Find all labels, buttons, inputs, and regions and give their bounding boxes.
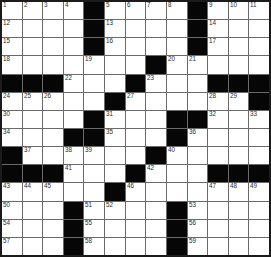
clue-number: 12 bbox=[3, 20, 10, 26]
cell-r12c13[interactable] bbox=[249, 202, 269, 219]
block-cell-r10c1 bbox=[2, 165, 22, 182]
cell-r7c4[interactable] bbox=[64, 111, 84, 128]
cell-r5c4[interactable]: 22 bbox=[64, 75, 84, 92]
clue-number: 43 bbox=[3, 183, 10, 189]
cell-r2c2[interactable] bbox=[23, 20, 43, 37]
cell-r7c6[interactable]: 31 bbox=[105, 111, 125, 128]
clue-number: 1 bbox=[3, 2, 7, 8]
cell-r11c7[interactable]: 46 bbox=[126, 183, 146, 200]
clue-number: 55 bbox=[85, 220, 92, 226]
cell-r11c9[interactable] bbox=[167, 183, 187, 200]
cell-r14c7[interactable] bbox=[126, 238, 146, 255]
cell-r4c7[interactable] bbox=[126, 56, 146, 73]
cell-r2c3[interactable] bbox=[43, 20, 63, 37]
cell-r8c8[interactable] bbox=[146, 129, 166, 146]
cell-r10c4[interactable]: 41 bbox=[64, 165, 84, 182]
block-cell-r3c10 bbox=[188, 38, 208, 55]
cell-r7c1[interactable]: 30 bbox=[2, 111, 22, 128]
clue-number: 59 bbox=[189, 238, 196, 244]
clue-number: 57 bbox=[3, 238, 10, 244]
cell-r9c10[interactable] bbox=[188, 147, 208, 164]
cell-r14c3[interactable] bbox=[43, 238, 63, 255]
cell-r9c7[interactable] bbox=[126, 147, 146, 164]
clue-number: 50 bbox=[3, 202, 10, 208]
cell-r6c8[interactable] bbox=[146, 93, 166, 110]
cell-r6c7[interactable]: 27 bbox=[126, 93, 146, 110]
cell-r11c5[interactable] bbox=[84, 183, 104, 200]
clue-number: 21 bbox=[189, 56, 196, 62]
clue-number: 44 bbox=[24, 183, 31, 189]
cell-r12c2[interactable] bbox=[23, 202, 43, 219]
clue-number: 34 bbox=[3, 129, 10, 135]
clue-number: 10 bbox=[230, 2, 237, 8]
cell-r4c10[interactable]: 21 bbox=[188, 56, 208, 73]
cell-r9c4[interactable]: 38 bbox=[64, 147, 84, 164]
cell-r8c7[interactable] bbox=[126, 129, 146, 146]
block-cell-r10c11 bbox=[208, 165, 228, 182]
cell-r10c10[interactable] bbox=[188, 165, 208, 182]
clue-number: 3 bbox=[44, 2, 48, 8]
clue-number: 40 bbox=[168, 147, 175, 153]
cell-r12c1[interactable]: 50 bbox=[2, 202, 22, 219]
cell-r9c6[interactable] bbox=[105, 147, 125, 164]
cell-r10c6[interactable] bbox=[105, 165, 125, 182]
cell-r6c9[interactable] bbox=[167, 93, 187, 110]
block-cell-r4c8 bbox=[146, 56, 166, 73]
cell-r8c6[interactable]: 35 bbox=[105, 129, 125, 146]
block-cell-r7c9 bbox=[167, 111, 187, 128]
cell-r13c6[interactable] bbox=[105, 220, 125, 237]
clue-number: 58 bbox=[85, 238, 92, 244]
clue-number: 2 bbox=[24, 2, 28, 8]
clue-number: 11 bbox=[250, 2, 257, 8]
clue-number: 32 bbox=[209, 111, 216, 117]
clue-number: 35 bbox=[106, 129, 113, 135]
cell-r9c11[interactable] bbox=[208, 147, 228, 164]
cell-r8c1[interactable]: 34 bbox=[2, 129, 22, 146]
block-cell-r5c11 bbox=[208, 75, 228, 92]
clue-number: 14 bbox=[209, 20, 216, 26]
cell-r14c11[interactable] bbox=[208, 238, 228, 255]
clue-number: 45 bbox=[44, 183, 51, 189]
block-cell-r5c1 bbox=[2, 75, 22, 92]
cell-r12c11[interactable] bbox=[208, 202, 228, 219]
block-cell-r14c4 bbox=[64, 238, 84, 255]
block-cell-r8c5 bbox=[84, 129, 104, 146]
cell-r11c11[interactable]: 47 bbox=[208, 183, 228, 200]
block-cell-r5c12 bbox=[229, 75, 249, 92]
cell-r2c6[interactable]: 13 bbox=[105, 20, 125, 37]
cell-r12c8[interactable] bbox=[146, 202, 166, 219]
cell-r13c8[interactable] bbox=[146, 220, 166, 237]
cell-r13c2[interactable] bbox=[23, 220, 43, 237]
clue-number: 37 bbox=[24, 147, 31, 153]
cell-r6c4[interactable] bbox=[64, 93, 84, 110]
clue-number: 49 bbox=[250, 183, 257, 189]
cell-r10c8[interactable]: 42 bbox=[146, 165, 166, 182]
cell-r5c9[interactable] bbox=[167, 75, 187, 92]
clue-number: 31 bbox=[106, 111, 113, 117]
block-cell-r5c2 bbox=[23, 75, 43, 92]
block-cell-r11c6 bbox=[105, 183, 125, 200]
cell-r8c13[interactable] bbox=[249, 129, 269, 146]
cell-r2c12[interactable] bbox=[229, 20, 249, 37]
cell-r3c12[interactable] bbox=[229, 38, 249, 55]
cell-r14c13[interactable] bbox=[249, 238, 269, 255]
clue-number: 56 bbox=[189, 220, 196, 226]
cell-r3c11[interactable]: 17 bbox=[208, 38, 228, 55]
block-cell-r7c10 bbox=[188, 111, 208, 128]
cell-r13c11[interactable] bbox=[208, 220, 228, 237]
clue-number: 41 bbox=[65, 165, 72, 171]
cell-r4c5[interactable]: 19 bbox=[84, 56, 104, 73]
clue-number: 39 bbox=[85, 147, 92, 153]
cell-r4c2[interactable] bbox=[23, 56, 43, 73]
cell-r1c3[interactable]: 3 bbox=[43, 2, 63, 19]
clue-number: 16 bbox=[106, 38, 113, 44]
cell-r3c8[interactable] bbox=[146, 38, 166, 55]
block-cell-r10c3 bbox=[43, 165, 63, 182]
cell-r4c9[interactable]: 20 bbox=[167, 56, 187, 73]
clue-number: 27 bbox=[127, 93, 134, 99]
clue-number: 38 bbox=[65, 147, 72, 153]
block-cell-r7c5 bbox=[84, 111, 104, 128]
cell-r8c10[interactable]: 36 bbox=[188, 129, 208, 146]
block-cell-r13c9 bbox=[167, 220, 187, 237]
clue-number: 51 bbox=[85, 202, 92, 208]
clue-number: 33 bbox=[250, 111, 257, 117]
clue-number: 26 bbox=[44, 93, 51, 99]
block-cell-r2c10 bbox=[188, 20, 208, 37]
block-cell-r1c5 bbox=[84, 2, 104, 19]
cell-r2c13[interactable] bbox=[249, 20, 269, 37]
clue-number: 22 bbox=[65, 75, 72, 81]
cell-r14c1[interactable]: 57 bbox=[2, 238, 22, 255]
cell-r4c11[interactable] bbox=[208, 56, 228, 73]
block-cell-r10c13 bbox=[249, 165, 269, 182]
clue-number: 47 bbox=[209, 183, 216, 189]
cell-r13c5[interactable]: 55 bbox=[84, 220, 104, 237]
cell-r9c13[interactable] bbox=[249, 147, 269, 164]
clue-number: 8 bbox=[168, 2, 172, 8]
cell-r12c10[interactable]: 53 bbox=[188, 202, 208, 219]
clue-number: 17 bbox=[209, 38, 216, 44]
clue-number: 25 bbox=[24, 93, 31, 99]
cell-r6c12[interactable]: 29 bbox=[229, 93, 249, 110]
cell-r11c8[interactable] bbox=[146, 183, 166, 200]
block-cell-r5c7 bbox=[126, 75, 146, 92]
cell-r11c2[interactable]: 44 bbox=[23, 183, 43, 200]
cell-r8c11[interactable] bbox=[208, 129, 228, 146]
cell-r11c1[interactable]: 43 bbox=[2, 183, 22, 200]
block-cell-r6c6 bbox=[105, 93, 125, 110]
block-cell-r12c4 bbox=[64, 202, 84, 219]
cell-r13c13[interactable] bbox=[249, 220, 269, 237]
block-cell-r1c10 bbox=[188, 2, 208, 19]
cell-r9c12[interactable] bbox=[229, 147, 249, 164]
cell-r5c8[interactable]: 23 bbox=[146, 75, 166, 92]
cell-r7c13[interactable]: 33 bbox=[249, 111, 269, 128]
clue-number: 42 bbox=[147, 165, 154, 171]
cell-r12c12[interactable] bbox=[229, 202, 249, 219]
cell-r12c3[interactable] bbox=[43, 202, 63, 219]
cell-r1c13[interactable]: 11 bbox=[249, 2, 269, 19]
clue-number: 53 bbox=[189, 202, 196, 208]
clue-number: 18 bbox=[3, 56, 10, 62]
cell-r2c7[interactable] bbox=[126, 20, 146, 37]
block-cell-r9c1 bbox=[2, 147, 22, 164]
cell-r1c2[interactable]: 2 bbox=[23, 2, 43, 19]
cell-r3c3[interactable] bbox=[43, 38, 63, 55]
cell-r10c9[interactable] bbox=[167, 165, 187, 182]
cell-r2c11[interactable]: 14 bbox=[208, 20, 228, 37]
block-cell-r8c9 bbox=[167, 129, 187, 146]
clue-number: 46 bbox=[127, 183, 134, 189]
cell-r2c9[interactable] bbox=[167, 20, 187, 37]
cell-r9c5[interactable]: 39 bbox=[84, 147, 104, 164]
cell-r1c4[interactable]: 4 bbox=[64, 2, 84, 19]
cell-r1c1[interactable]: 1 bbox=[2, 2, 22, 19]
block-cell-r5c3 bbox=[43, 75, 63, 92]
cell-r1c11[interactable]: 9 bbox=[208, 2, 228, 19]
block-cell-r10c2 bbox=[23, 165, 43, 182]
cell-r8c12[interactable] bbox=[229, 129, 249, 146]
clue-number: 52 bbox=[106, 202, 113, 208]
cell-r4c13[interactable] bbox=[249, 56, 269, 73]
cell-r13c10[interactable]: 56 bbox=[188, 220, 208, 237]
clue-number: 24 bbox=[3, 93, 10, 99]
cell-r13c12[interactable] bbox=[229, 220, 249, 237]
clue-number: 5 bbox=[106, 2, 110, 8]
block-cell-r3c5 bbox=[84, 38, 104, 55]
cell-r1c12[interactable]: 10 bbox=[229, 2, 249, 19]
cell-r3c7[interactable] bbox=[126, 38, 146, 55]
cell-r4c12[interactable] bbox=[229, 56, 249, 73]
cell-r14c6[interactable] bbox=[105, 238, 125, 255]
cell-r9c2[interactable]: 37 bbox=[23, 147, 43, 164]
cell-r12c6[interactable]: 52 bbox=[105, 202, 125, 219]
block-cell-r10c12 bbox=[229, 165, 249, 182]
cell-r11c12[interactable]: 48 bbox=[229, 183, 249, 200]
cell-r14c5[interactable]: 58 bbox=[84, 238, 104, 255]
block-cell-r10c7 bbox=[126, 165, 146, 182]
clue-number: 4 bbox=[65, 2, 69, 8]
cell-r6c3[interactable]: 26 bbox=[43, 93, 63, 110]
cell-r14c12[interactable] bbox=[229, 238, 249, 255]
cell-r11c4[interactable] bbox=[64, 183, 84, 200]
clue-number: 19 bbox=[85, 56, 92, 62]
cell-r13c1[interactable]: 54 bbox=[2, 220, 22, 237]
cell-r6c2[interactable]: 25 bbox=[23, 93, 43, 110]
cell-r11c10[interactable] bbox=[188, 183, 208, 200]
cell-r6c11[interactable]: 28 bbox=[208, 93, 228, 110]
cell-r3c1[interactable]: 15 bbox=[2, 38, 22, 55]
clue-number: 48 bbox=[230, 183, 237, 189]
cell-r4c6[interactable] bbox=[105, 56, 125, 73]
cell-r3c9[interactable] bbox=[167, 38, 187, 55]
clue-number: 28 bbox=[209, 93, 216, 99]
cell-r5c10[interactable] bbox=[188, 75, 208, 92]
cell-r6c1[interactable]: 24 bbox=[2, 93, 22, 110]
cell-r1c6[interactable]: 5 bbox=[105, 2, 125, 19]
cell-r1c9[interactable]: 8 bbox=[167, 2, 187, 19]
clue-number: 23 bbox=[147, 75, 154, 81]
cell-r9c9[interactable]: 40 bbox=[167, 147, 187, 164]
clue-number: 15 bbox=[3, 38, 10, 44]
block-cell-r5c13 bbox=[249, 75, 269, 92]
cell-r7c12[interactable] bbox=[229, 111, 249, 128]
cell-r6c5[interactable] bbox=[84, 93, 104, 110]
clue-number: 9 bbox=[209, 2, 213, 8]
cell-r3c13[interactable] bbox=[249, 38, 269, 55]
cell-r12c7[interactable] bbox=[126, 202, 146, 219]
block-cell-r6c13 bbox=[249, 93, 269, 110]
cell-r8c3[interactable] bbox=[43, 129, 63, 146]
cell-r10c5[interactable] bbox=[84, 165, 104, 182]
cell-r3c4[interactable] bbox=[64, 38, 84, 55]
cell-r4c3[interactable] bbox=[43, 56, 63, 73]
cell-r4c4[interactable] bbox=[64, 56, 84, 73]
cell-r7c7[interactable] bbox=[126, 111, 146, 128]
cell-r5c5[interactable] bbox=[84, 75, 104, 92]
clue-number: 7 bbox=[147, 2, 151, 8]
cell-r8c2[interactable] bbox=[23, 129, 43, 146]
cell-r9c3[interactable] bbox=[43, 147, 63, 164]
cell-r7c2[interactable] bbox=[23, 111, 43, 128]
cell-r2c4[interactable] bbox=[64, 20, 84, 37]
cell-r7c8[interactable] bbox=[146, 111, 166, 128]
cell-r2c8[interactable] bbox=[146, 20, 166, 37]
cell-r11c3[interactable]: 45 bbox=[43, 183, 63, 200]
clue-number: 13 bbox=[106, 20, 113, 26]
cell-r7c3[interactable] bbox=[43, 111, 63, 128]
block-cell-r12c9 bbox=[167, 202, 187, 219]
block-cell-r8c4 bbox=[64, 129, 84, 146]
block-cell-r2c5 bbox=[84, 20, 104, 37]
cell-r6c10[interactable] bbox=[188, 93, 208, 110]
cell-r2c1[interactable]: 12 bbox=[2, 20, 22, 37]
cell-r12c5[interactable]: 51 bbox=[84, 202, 104, 219]
cell-r4c1[interactable]: 18 bbox=[2, 56, 22, 73]
clue-number: 30 bbox=[3, 111, 10, 117]
cell-r3c6[interactable]: 16 bbox=[105, 38, 125, 55]
crossword-board: 1234567891011121314151617181920212223242… bbox=[0, 0, 271, 257]
cell-r14c2[interactable] bbox=[23, 238, 43, 255]
cell-r7c11[interactable]: 32 bbox=[208, 111, 228, 128]
clue-number: 20 bbox=[168, 56, 175, 62]
block-cell-r9c8 bbox=[146, 147, 166, 164]
cell-r13c7[interactable] bbox=[126, 220, 146, 237]
clue-number: 36 bbox=[189, 129, 196, 135]
clue-number: 29 bbox=[230, 93, 237, 99]
cell-r14c8[interactable] bbox=[146, 238, 166, 255]
cell-r5c6[interactable] bbox=[105, 75, 125, 92]
cell-r11c13[interactable]: 49 bbox=[249, 183, 269, 200]
cell-r1c8[interactable]: 7 bbox=[146, 2, 166, 19]
cell-r3c2[interactable] bbox=[23, 38, 43, 55]
clue-number: 54 bbox=[3, 220, 10, 226]
block-cell-r14c9 bbox=[167, 238, 187, 255]
cell-r1c7[interactable]: 6 bbox=[126, 2, 146, 19]
cell-r13c3[interactable] bbox=[43, 220, 63, 237]
clue-number: 6 bbox=[127, 2, 131, 8]
block-cell-r13c4 bbox=[64, 220, 84, 237]
cell-r14c10[interactable]: 59 bbox=[188, 238, 208, 255]
